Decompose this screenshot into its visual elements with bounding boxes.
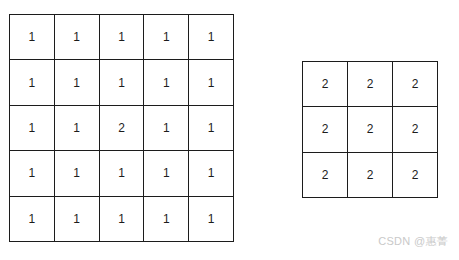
grid-cell-r3c3: 2 — [100, 106, 145, 151]
grid-cell-r1c5: 1 — [189, 15, 234, 60]
grid-cell-r4c5: 1 — [189, 151, 234, 196]
grid-cell-r2c1: 1 — [10, 60, 55, 105]
grid-cell-r2c2: 2 — [348, 107, 393, 152]
grid-cell-r5c5: 1 — [189, 197, 234, 242]
grid-cell-r1c3: 1 — [100, 15, 145, 60]
grid-cell-r3c3: 2 — [393, 153, 438, 198]
grid-cell-r3c1: 2 — [303, 153, 348, 198]
grid-cell-r1c4: 1 — [144, 15, 189, 60]
grid-cell-r2c1: 2 — [303, 107, 348, 152]
grid-cell-r3c1: 1 — [10, 106, 55, 151]
grid-cell-r4c4: 1 — [144, 151, 189, 196]
grid-cell-r1c2: 1 — [55, 15, 100, 60]
grid-cell-r5c4: 1 — [144, 197, 189, 242]
grid-cell-r1c1: 2 — [303, 62, 348, 107]
grid-3x3: 222222222 — [302, 61, 438, 198]
grid-cell-r3c2: 1 — [55, 106, 100, 151]
grid-cell-r5c3: 1 — [100, 197, 145, 242]
grid-cell-r1c3: 2 — [393, 62, 438, 107]
watermark: CSDN @惠菁 — [378, 234, 448, 249]
grid-cell-r3c5: 1 — [189, 106, 234, 151]
grid-cell-r5c2: 1 — [55, 197, 100, 242]
grid-cell-r4c2: 1 — [55, 151, 100, 196]
grid-cell-r4c1: 1 — [10, 151, 55, 196]
grid-5x5: 1111111111112111111111111 — [9, 14, 234, 242]
grid-cell-r4c3: 1 — [100, 151, 145, 196]
grid-cell-r1c1: 1 — [10, 15, 55, 60]
grid-cell-r2c3: 1 — [100, 60, 145, 105]
grid-cell-r1c2: 2 — [348, 62, 393, 107]
grid-cell-r2c3: 2 — [393, 107, 438, 152]
grid-cell-r2c5: 1 — [189, 60, 234, 105]
grid-cell-r3c4: 1 — [144, 106, 189, 151]
grid-cell-r3c2: 2 — [348, 153, 393, 198]
grid-cell-r2c2: 1 — [55, 60, 100, 105]
grid-cell-r2c4: 1 — [144, 60, 189, 105]
grid-cell-r5c1: 1 — [10, 197, 55, 242]
